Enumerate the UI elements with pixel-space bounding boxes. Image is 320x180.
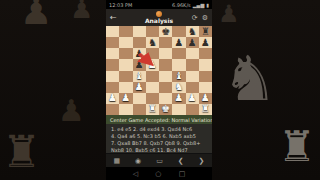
settings-gear-icon[interactable]: ⚙ bbox=[202, 14, 208, 22]
square-d4[interactable] bbox=[146, 71, 159, 82]
prev-move-icon[interactable]: ❮ bbox=[178, 157, 184, 165]
square-e6[interactable] bbox=[159, 48, 172, 59]
square-b1[interactable] bbox=[119, 104, 132, 115]
square-h4[interactable] bbox=[199, 71, 212, 82]
bottom-toolbar: ▦ ◉ ▭ ❮ ❯ bbox=[106, 153, 212, 167]
white-rook-d1: ♜ bbox=[148, 104, 157, 114]
square-b7[interactable] bbox=[119, 37, 132, 48]
square-f8[interactable] bbox=[172, 26, 185, 37]
status-time: 12:03 PM bbox=[109, 2, 132, 8]
square-a8[interactable] bbox=[106, 26, 119, 37]
white-bishop-f4: ♝ bbox=[174, 71, 183, 81]
wallpaper-knight-icon: ♞ bbox=[222, 48, 278, 110]
square-f6[interactable] bbox=[172, 48, 185, 59]
square-e5[interactable] bbox=[159, 59, 172, 70]
square-g8[interactable]: ♞ bbox=[186, 26, 199, 37]
opening-name-bar: Center Game Accepted: Normal Variation bbox=[106, 115, 212, 124]
move-line: 7. Qxa8 Bb7 8. Qxb7 Qb8 9. Qxb8+ bbox=[111, 140, 212, 147]
square-a6[interactable] bbox=[106, 48, 119, 59]
signal-icon: ▂▄▆ bbox=[193, 2, 205, 8]
white-pawn-d5: ♟ bbox=[148, 60, 157, 70]
opening-name: Center Game Accepted: Normal Variation bbox=[110, 117, 212, 123]
black-king-e8: ♚ bbox=[161, 27, 170, 37]
square-b5[interactable] bbox=[119, 59, 132, 70]
board-editor-icon[interactable]: ▦ bbox=[113, 157, 120, 165]
square-e3[interactable] bbox=[159, 82, 172, 93]
square-g5[interactable] bbox=[186, 59, 199, 70]
white-pawn-h2: ♟ bbox=[201, 93, 210, 103]
white-pawn-a2: ♟ bbox=[108, 93, 117, 103]
page-title: Analysis bbox=[145, 17, 173, 24]
engine-toggle-icon[interactable]: ◉ bbox=[135, 157, 141, 165]
wallpaper-rook-icon: ♜ bbox=[2, 130, 41, 174]
square-e8[interactable]: ♚ bbox=[159, 26, 172, 37]
white-pawn-b2: ♟ bbox=[121, 93, 130, 103]
white-knight-f3: ♞ bbox=[174, 82, 183, 92]
square-g4[interactable] bbox=[186, 71, 199, 82]
flip-board-icon[interactable]: ⟳ bbox=[192, 14, 198, 22]
black-pawn-c6: ♟ bbox=[135, 49, 144, 59]
white-pawn-f2: ♟ bbox=[174, 93, 183, 103]
square-h6[interactable] bbox=[199, 48, 212, 59]
square-f4[interactable]: ♝ bbox=[172, 71, 185, 82]
square-d8[interactable] bbox=[146, 26, 159, 37]
square-f5[interactable] bbox=[172, 59, 185, 70]
square-e4[interactable] bbox=[159, 71, 172, 82]
share-icon[interactable]: ▭ bbox=[156, 157, 163, 165]
square-c5[interactable]: ♟ bbox=[133, 59, 146, 70]
square-g6[interactable] bbox=[186, 48, 199, 59]
square-c3[interactable]: ♟ bbox=[133, 82, 146, 93]
wallpaper-rook-icon: ♜ bbox=[278, 126, 316, 168]
black-pawn-f7: ♟ bbox=[174, 38, 183, 48]
square-b4[interactable] bbox=[119, 71, 132, 82]
square-h8[interactable]: ♜ bbox=[199, 26, 212, 37]
square-a1[interactable] bbox=[106, 104, 119, 115]
square-d7[interactable]: ♞ bbox=[146, 37, 159, 48]
square-g7[interactable]: ♟ bbox=[186, 37, 199, 48]
nav-home-icon[interactable]: ○ bbox=[155, 170, 161, 178]
square-b2[interactable]: ♟ bbox=[119, 93, 132, 104]
move-line: 4. Qa4 a6 5. Nc3 b5 6. Nxb5 axb5 bbox=[111, 133, 212, 140]
wallpaper-pawn-icon: ♟ bbox=[20, 0, 52, 30]
square-c7[interactable] bbox=[133, 37, 146, 48]
black-knight-d7: ♞ bbox=[148, 38, 157, 48]
square-d3[interactable] bbox=[146, 82, 159, 93]
square-a5[interactable] bbox=[106, 59, 119, 70]
battery-icon: ▮ bbox=[206, 2, 209, 8]
network-speed: 6.96K/s bbox=[172, 2, 191, 8]
wallpaper-pawn-icon: ♟ bbox=[70, 0, 93, 22]
android-nav-bar: ◁ ○ □ bbox=[106, 167, 212, 180]
square-f1[interactable] bbox=[172, 104, 185, 115]
square-b6[interactable] bbox=[119, 48, 132, 59]
square-e7[interactable] bbox=[159, 37, 172, 48]
square-c2[interactable] bbox=[133, 93, 146, 104]
app-header: ← Analysis ⟳ ⚙ bbox=[106, 9, 212, 26]
square-a7[interactable] bbox=[106, 37, 119, 48]
status-bar: 12:03 PM 6.96K/s ▂▄▆ ▮ bbox=[106, 0, 212, 9]
white-pawn-c3: ♟ bbox=[135, 82, 144, 92]
square-c6[interactable]: ♟ bbox=[133, 48, 146, 59]
square-c1[interactable] bbox=[133, 104, 146, 115]
square-h1[interactable]: ♜ bbox=[199, 104, 212, 115]
black-pawn-h7: ♟ bbox=[201, 38, 210, 48]
screenshot-stage: ♟ ♟ ♟ ♜ ♟ ♞ ♜ 12:03 PM 6.96K/s ▂▄▆ ▮ ← A… bbox=[0, 0, 320, 180]
black-pawn-g7: ♟ bbox=[188, 38, 197, 48]
square-f7[interactable]: ♟ bbox=[172, 37, 185, 48]
move-line: 1. e4 e5 2. d4 exd4 3. Qxd4 Nc6 bbox=[111, 126, 212, 133]
square-b8[interactable] bbox=[119, 26, 132, 37]
square-f2[interactable]: ♟ bbox=[172, 93, 185, 104]
white-king-e1: ♚ bbox=[161, 104, 170, 114]
square-h7[interactable]: ♟ bbox=[199, 37, 212, 48]
next-move-icon[interactable]: ❯ bbox=[199, 157, 205, 165]
square-g2[interactable]: ♟ bbox=[186, 93, 199, 104]
square-a2[interactable]: ♟ bbox=[106, 93, 119, 104]
square-d6[interactable] bbox=[146, 48, 159, 59]
square-g1[interactable] bbox=[186, 104, 199, 115]
square-d1[interactable]: ♜ bbox=[146, 104, 159, 115]
black-rook-h8: ♜ bbox=[201, 27, 210, 37]
wallpaper-pawn-icon: ♟ bbox=[58, 96, 85, 126]
square-a4[interactable] bbox=[106, 71, 119, 82]
chess-board[interactable]: ♚♞♜♞♟♟♟♟♟♟♝♝♟♞♟♟♟♟♟♜♚♜ bbox=[106, 26, 212, 115]
chess-board-wrap: ♚♞♜♞♟♟♟♟♟♟♝♝♟♞♟♟♟♟♟♜♚♜ bbox=[106, 26, 212, 115]
white-bishop-c4: ♝ bbox=[135, 71, 144, 81]
white-pawn-g2: ♟ bbox=[188, 93, 197, 103]
square-h5[interactable] bbox=[199, 59, 212, 70]
square-e1[interactable]: ♚ bbox=[159, 104, 172, 115]
phone-screen: 12:03 PM 6.96K/s ▂▄▆ ▮ ← Analysis ⟳ ⚙ ♚♞… bbox=[106, 0, 212, 180]
black-pawn-c5: ♟ bbox=[135, 60, 144, 70]
nav-recents-icon[interactable]: □ bbox=[179, 170, 186, 178]
square-c4[interactable]: ♝ bbox=[133, 71, 146, 82]
square-d5[interactable]: ♟ bbox=[146, 59, 159, 70]
square-c8[interactable] bbox=[133, 26, 146, 37]
white-rook-h1: ♜ bbox=[201, 104, 210, 114]
wallpaper-pawn-icon: ♟ bbox=[218, 2, 240, 26]
black-knight-g8: ♞ bbox=[188, 27, 197, 37]
move-list[interactable]: 1. e4 e5 2. d4 exd4 3. Qxd4 Nc6 4. Qa4 a… bbox=[106, 124, 212, 153]
nav-back-icon[interactable]: ◁ bbox=[133, 170, 138, 178]
